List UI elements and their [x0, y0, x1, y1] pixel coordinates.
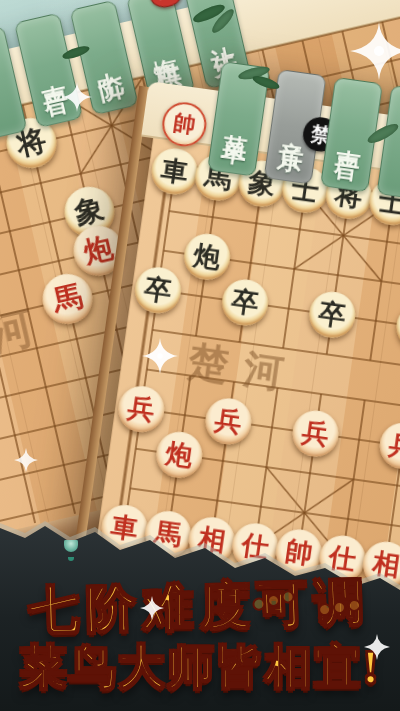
sparkle-icon	[364, 634, 390, 660]
caption-line2: 菜鸟大师皆相宜!	[0, 636, 400, 699]
sparkle-icon	[140, 596, 164, 620]
app-screenshot: 河 声音 七阶 悔棋 99 让先 将象炮馬 楚河 帥 菜单 音乐 禁 声音	[0, 0, 400, 711]
sparkle-icon	[14, 448, 38, 472]
sparkle-icon	[142, 338, 178, 374]
sparkle-icon	[350, 22, 400, 80]
sparkle-icon	[62, 82, 92, 112]
